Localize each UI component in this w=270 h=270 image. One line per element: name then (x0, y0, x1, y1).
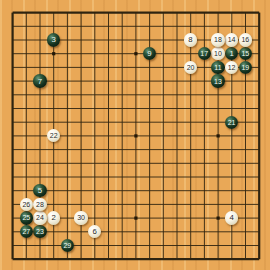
stone-white-12[interactable]: 12 (225, 61, 238, 74)
stone-black-21[interactable]: 21 (225, 116, 238, 129)
stone-black-7[interactable]: 7 (33, 74, 46, 87)
stone-black-1[interactable]: 1 (225, 47, 238, 60)
stone-black-19[interactable]: 19 (239, 61, 252, 74)
stone-white-24[interactable]: 24 (33, 211, 46, 224)
stone-black-5[interactable]: 5 (33, 184, 46, 197)
stone-white-2[interactable]: 2 (47, 211, 60, 224)
stone-white-28[interactable]: 28 (33, 198, 46, 211)
stone-black-11[interactable]: 11 (211, 61, 224, 74)
stone-white-4[interactable]: 4 (225, 211, 238, 224)
stone-white-26[interactable]: 26 (20, 198, 33, 211)
stone-black-17[interactable]: 17 (198, 47, 211, 60)
stone-white-20[interactable]: 20 (184, 61, 197, 74)
stone-white-10[interactable]: 10 (211, 47, 224, 60)
stone-white-14[interactable]: 14 (225, 33, 238, 46)
stone-white-18[interactable]: 18 (211, 33, 224, 46)
stone-white-6[interactable]: 6 (88, 225, 101, 238)
stone-black-13[interactable]: 13 (211, 74, 224, 87)
stone-black-9[interactable]: 9 (143, 47, 156, 60)
stone-black-29[interactable]: 29 (61, 239, 74, 252)
stone-black-3[interactable]: 3 (47, 33, 60, 46)
stone-white-22[interactable]: 22 (47, 129, 60, 142)
stone-black-23[interactable]: 23 (33, 225, 46, 238)
stone-black-15[interactable]: 15 (239, 47, 252, 60)
stone-black-27[interactable]: 27 (20, 225, 33, 238)
stone-white-30[interactable]: 30 (74, 211, 87, 224)
stone-black-25[interactable]: 25 (20, 211, 33, 224)
go-board[interactable]: 1234567891011121314151617181920212223242… (0, 0, 270, 270)
stone-white-16[interactable]: 16 (239, 33, 252, 46)
stones-layer: 1234567891011121314151617181920212223242… (6, 6, 266, 266)
stone-white-8[interactable]: 8 (184, 33, 197, 46)
